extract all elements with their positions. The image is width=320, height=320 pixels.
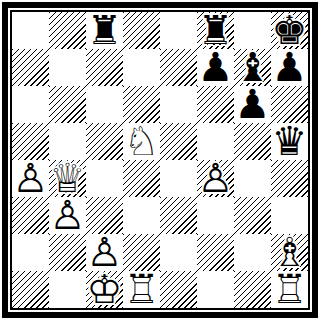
square-g6[interactable]: ♟ <box>234 86 271 123</box>
white-king-icon: ♔ <box>87 271 123 308</box>
black-pawn-f7[interactable]: ♟ <box>197 49 234 86</box>
square-h4[interactable] <box>271 160 308 197</box>
square-g3[interactable] <box>234 197 271 234</box>
square-f3[interactable] <box>197 197 234 234</box>
black-pawn-h7[interactable]: ♟ <box>271 49 308 86</box>
square-a4[interactable]: ♟♙ <box>12 160 49 197</box>
white-rook-h1[interactable]: ♜♖ <box>271 271 308 308</box>
square-b7[interactable] <box>49 49 86 86</box>
white-knight-d5[interactable]: ♞♘ <box>123 123 160 160</box>
white-pawn-f4[interactable]: ♟♙ <box>197 160 234 197</box>
square-d1[interactable]: ♜♖ <box>123 271 160 308</box>
white-pawn-a4[interactable]: ♟♙ <box>12 160 49 197</box>
square-a7[interactable] <box>12 49 49 86</box>
white-pawn-icon: ♙ <box>13 160 49 197</box>
chess-board: ♜♜♚♟♝♟♟♞♘♛♟♙♛♕♟♙♟♙♟♙♝♗♚♔♜♖♜♖ <box>12 12 308 308</box>
black-pawn-icon: ♟ <box>198 49 234 86</box>
square-f1[interactable] <box>197 271 234 308</box>
square-c1[interactable]: ♚♔ <box>86 271 123 308</box>
white-rook-icon: ♖ <box>124 271 160 308</box>
black-pawn-icon: ♟ <box>272 49 308 86</box>
square-f4[interactable]: ♟♙ <box>197 160 234 197</box>
square-h5[interactable]: ♛ <box>271 123 308 160</box>
square-d3[interactable] <box>123 197 160 234</box>
square-b3[interactable]: ♟♙ <box>49 197 86 234</box>
black-pawn-g6[interactable]: ♟ <box>234 86 271 123</box>
square-g5[interactable] <box>234 123 271 160</box>
square-b8[interactable] <box>49 12 86 49</box>
black-queen-icon: ♛ <box>272 123 308 160</box>
square-a2[interactable] <box>12 234 49 271</box>
square-b1[interactable] <box>49 271 86 308</box>
board-inner-frame: ♜♜♚♟♝♟♟♞♘♛♟♙♛♕♟♙♟♙♟♙♝♗♚♔♜♖♜♖ <box>10 10 310 310</box>
white-king-c1[interactable]: ♚♔ <box>86 271 123 308</box>
square-a1[interactable] <box>12 271 49 308</box>
square-a6[interactable] <box>12 86 49 123</box>
board-outer-frame: ♜♜♚♟♝♟♟♞♘♛♟♙♛♕♟♙♟♙♟♙♝♗♚♔♜♖♜♖ <box>2 2 318 318</box>
square-e8[interactable] <box>160 12 197 49</box>
white-rook-d1[interactable]: ♜♖ <box>123 271 160 308</box>
square-e2[interactable] <box>160 234 197 271</box>
square-g1[interactable] <box>234 271 271 308</box>
square-c8[interactable]: ♜ <box>86 12 123 49</box>
square-f2[interactable] <box>197 234 234 271</box>
square-d7[interactable] <box>123 49 160 86</box>
black-rook-icon: ♜ <box>87 12 123 49</box>
square-e3[interactable] <box>160 197 197 234</box>
chess-diagram: ♜♜♚♟♝♟♟♞♘♛♟♙♛♕♟♙♟♙♟♙♝♗♚♔♜♖♜♖ <box>0 0 320 320</box>
white-knight-icon: ♘ <box>124 123 160 160</box>
black-queen-h5[interactable]: ♛ <box>271 123 308 160</box>
square-d8[interactable] <box>123 12 160 49</box>
square-a8[interactable] <box>12 12 49 49</box>
square-f7[interactable]: ♟ <box>197 49 234 86</box>
square-e7[interactable] <box>160 49 197 86</box>
square-d5[interactable]: ♞♘ <box>123 123 160 160</box>
square-e1[interactable] <box>160 271 197 308</box>
square-a3[interactable] <box>12 197 49 234</box>
square-h7[interactable]: ♟ <box>271 49 308 86</box>
square-g4[interactable] <box>234 160 271 197</box>
square-b2[interactable] <box>49 234 86 271</box>
square-c6[interactable] <box>86 86 123 123</box>
square-b6[interactable] <box>49 86 86 123</box>
white-pawn-b3[interactable]: ♟♙ <box>49 197 86 234</box>
square-e5[interactable] <box>160 123 197 160</box>
square-d4[interactable] <box>123 160 160 197</box>
square-c4[interactable] <box>86 160 123 197</box>
square-c5[interactable] <box>86 123 123 160</box>
white-pawn-icon: ♙ <box>50 197 86 234</box>
square-f6[interactable] <box>197 86 234 123</box>
white-rook-icon: ♖ <box>272 271 308 308</box>
square-c7[interactable] <box>86 49 123 86</box>
square-e6[interactable] <box>160 86 197 123</box>
black-rook-c8[interactable]: ♜ <box>86 12 123 49</box>
square-e4[interactable] <box>160 160 197 197</box>
black-pawn-icon: ♟ <box>235 86 271 123</box>
square-g2[interactable] <box>234 234 271 271</box>
square-h1[interactable]: ♜♖ <box>271 271 308 308</box>
white-pawn-icon: ♙ <box>198 160 234 197</box>
